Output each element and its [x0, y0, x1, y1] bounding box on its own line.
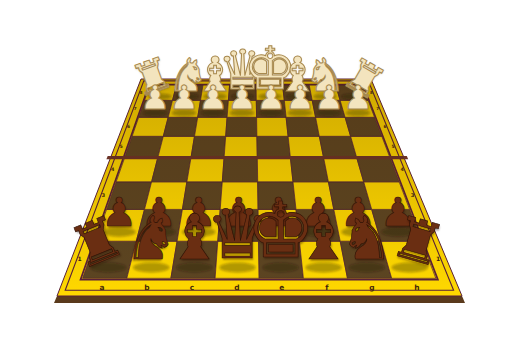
piece-light-pawn-c7[interactable]: ♟ — [198, 81, 228, 114]
pieces-layer: ♜♞♝♛♚♝♞♜♟♟♟♟♟♟♟♟♟♟♟♟♟♟♟♟♜♞♝♛♚♝♞♜ — [0, 0, 520, 350]
piece-light-pawn-e7[interactable]: ♟ — [256, 81, 286, 114]
piece-light-pawn-b7[interactable]: ♟ — [169, 81, 199, 114]
piece-light-pawn-h7[interactable]: ♟ — [343, 81, 373, 114]
piece-light-pawn-g7[interactable]: ♟ — [314, 81, 344, 114]
piece-light-pawn-d7[interactable]: ♟ — [227, 81, 257, 114]
chess-photo-stage: abcdefgh1122334455667788 ♜♞♝♛♚♝♞♜♟♟♟♟♟♟♟… — [0, 0, 520, 350]
piece-light-pawn-a7[interactable]: ♟ — [140, 81, 170, 114]
piece-light-pawn-f7[interactable]: ♟ — [285, 81, 315, 114]
